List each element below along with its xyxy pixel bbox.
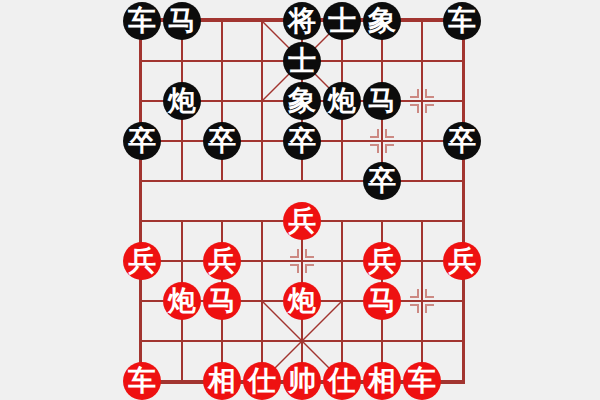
black-soldier-glyph: 卒 [363,162,401,200]
piece-red-soldier[interactable]: 兵 [122,241,162,281]
black-elephant-glyph: 象 [283,82,321,120]
piece-red-soldier[interactable]: 兵 [362,241,402,281]
piece-red-elephant[interactable]: 相 [362,361,402,400]
piece-red-chariot[interactable]: 车 [402,361,442,400]
black-horse-glyph: 马 [363,82,401,120]
piece-red-advisor[interactable]: 仕 [242,361,282,400]
piece-black-advisor[interactable]: 士 [282,41,322,81]
piece-red-advisor[interactable]: 仕 [322,361,362,400]
piece-black-soldier[interactable]: 卒 [282,121,322,161]
red-advisor-glyph: 仕 [323,362,361,400]
piece-black-soldier[interactable]: 卒 [442,121,482,161]
piece-red-horse[interactable]: 马 [202,281,242,321]
black-cannon-glyph: 炮 [163,82,201,120]
piece-red-horse[interactable]: 马 [362,281,402,321]
piece-black-horse[interactable]: 马 [162,1,202,41]
piece-black-soldier[interactable]: 卒 [362,161,402,201]
piece-black-elephant[interactable]: 象 [362,1,402,41]
red-cannon-glyph: 炮 [283,282,321,320]
red-soldier-glyph: 兵 [123,242,161,280]
black-soldier-glyph: 卒 [123,122,161,160]
black-cannon-glyph: 炮 [323,82,361,120]
red-chariot-glyph: 车 [403,362,441,400]
red-soldier-glyph: 兵 [283,202,321,240]
piece-black-cannon[interactable]: 炮 [162,81,202,121]
piece-black-soldier[interactable]: 卒 [122,121,162,161]
piece-black-general[interactable]: 将 [282,1,322,41]
red-general-glyph: 帅 [283,362,321,400]
black-soldier-glyph: 卒 [203,122,241,160]
piece-red-cannon[interactable]: 炮 [162,281,202,321]
black-general-glyph: 将 [283,2,321,40]
red-soldier-glyph: 兵 [363,242,401,280]
piece-red-elephant[interactable]: 相 [202,361,242,400]
red-horse-glyph: 马 [203,282,241,320]
black-soldier-glyph: 卒 [443,122,481,160]
black-elephant-glyph: 象 [363,2,401,40]
black-chariot-glyph: 车 [123,2,161,40]
red-soldier-glyph: 兵 [203,242,241,280]
piece-red-cannon[interactable]: 炮 [282,281,322,321]
black-soldier-glyph: 卒 [283,122,321,160]
piece-black-cannon[interactable]: 炮 [322,81,362,121]
red-soldier-glyph: 兵 [443,242,481,280]
pieces-layer: 车马将士象车士炮象炮马卒卒卒卒卒兵兵兵兵兵炮马炮马车相仕帅仕相车 [122,1,482,400]
piece-black-elephant[interactable]: 象 [282,81,322,121]
piece-red-soldier[interactable]: 兵 [202,241,242,281]
red-chariot-glyph: 车 [123,362,161,400]
black-chariot-glyph: 车 [443,2,481,40]
piece-red-general[interactable]: 帅 [282,361,322,400]
piece-black-advisor[interactable]: 士 [322,1,362,41]
red-advisor-glyph: 仕 [243,362,281,400]
red-cannon-glyph: 炮 [163,282,201,320]
piece-black-chariot[interactable]: 车 [122,1,162,41]
black-advisor-glyph: 士 [283,42,321,80]
piece-black-chariot[interactable]: 车 [442,1,482,41]
red-elephant-glyph: 相 [203,362,241,400]
black-horse-glyph: 马 [163,2,201,40]
piece-red-soldier[interactable]: 兵 [282,201,322,241]
piece-red-soldier[interactable]: 兵 [442,241,482,281]
piece-red-chariot[interactable]: 车 [122,361,162,400]
red-horse-glyph: 马 [363,282,401,320]
red-elephant-glyph: 相 [363,362,401,400]
black-advisor-glyph: 士 [323,2,361,40]
piece-black-horse[interactable]: 马 [362,81,402,121]
piece-black-soldier[interactable]: 卒 [202,121,242,161]
xiangqi-board: 车马将士象车士炮象炮马卒卒卒卒卒兵兵兵兵兵炮马炮马车相仕帅仕相车 [0,0,600,400]
